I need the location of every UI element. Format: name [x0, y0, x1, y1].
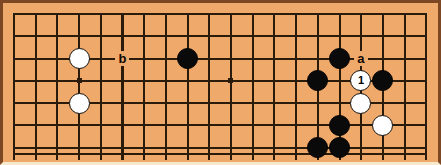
black-stone: [307, 137, 328, 158]
white-stone: [69, 48, 90, 69]
white-stone: [350, 93, 371, 114]
go-diagram-image[interactable]: ba1: [0, 0, 441, 165]
point-label-a: a: [354, 51, 367, 66]
black-stone: [307, 70, 328, 91]
black-stone: [329, 48, 350, 69]
point-label-b: b: [115, 51, 129, 66]
star-point: [77, 78, 82, 83]
white-stone: [69, 93, 90, 114]
black-stone: [177, 48, 198, 69]
star-point: [228, 78, 233, 83]
white-stone-1: 1: [350, 70, 371, 91]
black-stone: [329, 115, 350, 136]
black-stone: [329, 137, 350, 158]
go-board: ba1: [3, 3, 437, 159]
black-stone: [372, 70, 393, 91]
white-stone: [372, 115, 393, 136]
